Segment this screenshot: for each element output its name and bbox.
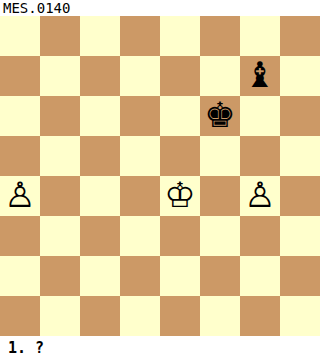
square-c1[interactable] <box>80 296 120 336</box>
square-h3[interactable] <box>280 216 320 256</box>
square-f1[interactable] <box>200 296 240 336</box>
square-d3[interactable] <box>120 216 160 256</box>
square-h6[interactable] <box>280 96 320 136</box>
square-g7[interactable]: ♝ <box>240 56 280 96</box>
square-d4[interactable] <box>120 176 160 216</box>
piece-white-pawn-a4: ♙ <box>4 176 35 215</box>
square-g5[interactable] <box>240 136 280 176</box>
square-e3[interactable] <box>160 216 200 256</box>
square-d5[interactable] <box>120 136 160 176</box>
square-f2[interactable] <box>200 256 240 296</box>
square-f3[interactable] <box>200 216 240 256</box>
move-prompt: 1. ? <box>0 336 320 360</box>
square-h4[interactable] <box>280 176 320 216</box>
square-a7[interactable] <box>0 56 40 96</box>
square-f4[interactable] <box>200 176 240 216</box>
square-b8[interactable] <box>40 16 80 56</box>
square-h2[interactable] <box>280 256 320 296</box>
square-f5[interactable] <box>200 136 240 176</box>
square-b2[interactable] <box>40 256 80 296</box>
square-f8[interactable] <box>200 16 240 56</box>
square-c3[interactable] <box>80 216 120 256</box>
chess-board: ♝♚♙♔♙ <box>0 16 320 336</box>
square-e4[interactable]: ♔ <box>160 176 200 216</box>
square-g4[interactable]: ♙ <box>240 176 280 216</box>
square-g8[interactable] <box>240 16 280 56</box>
square-e8[interactable] <box>160 16 200 56</box>
square-c2[interactable] <box>80 256 120 296</box>
piece-black-bishop-g7: ♝ <box>244 56 275 95</box>
square-f7[interactable] <box>200 56 240 96</box>
square-a2[interactable] <box>0 256 40 296</box>
square-a4[interactable]: ♙ <box>0 176 40 216</box>
square-b5[interactable] <box>40 136 80 176</box>
square-a3[interactable] <box>0 216 40 256</box>
square-h1[interactable] <box>280 296 320 336</box>
square-h7[interactable] <box>280 56 320 96</box>
square-a8[interactable] <box>0 16 40 56</box>
piece-white-pawn-g4: ♙ <box>244 176 275 215</box>
square-b4[interactable] <box>40 176 80 216</box>
square-e2[interactable] <box>160 256 200 296</box>
square-b1[interactable] <box>40 296 80 336</box>
square-g3[interactable] <box>240 216 280 256</box>
square-g2[interactable] <box>240 256 280 296</box>
square-e7[interactable] <box>160 56 200 96</box>
square-a1[interactable] <box>0 296 40 336</box>
square-d2[interactable] <box>120 256 160 296</box>
square-g1[interactable] <box>240 296 280 336</box>
diagram-title: MES.0140 <box>0 0 320 16</box>
square-d6[interactable] <box>120 96 160 136</box>
square-b7[interactable] <box>40 56 80 96</box>
square-b3[interactable] <box>40 216 80 256</box>
square-a5[interactable] <box>0 136 40 176</box>
square-c6[interactable] <box>80 96 120 136</box>
square-c4[interactable] <box>80 176 120 216</box>
square-d7[interactable] <box>120 56 160 96</box>
square-a6[interactable] <box>0 96 40 136</box>
square-d8[interactable] <box>120 16 160 56</box>
piece-black-king-f6: ♚ <box>204 96 235 135</box>
square-h8[interactable] <box>280 16 320 56</box>
square-f6[interactable]: ♚ <box>200 96 240 136</box>
square-b6[interactable] <box>40 96 80 136</box>
square-c7[interactable] <box>80 56 120 96</box>
square-c8[interactable] <box>80 16 120 56</box>
square-e6[interactable] <box>160 96 200 136</box>
square-e5[interactable] <box>160 136 200 176</box>
square-c5[interactable] <box>80 136 120 176</box>
square-h5[interactable] <box>280 136 320 176</box>
piece-white-king-e4: ♔ <box>164 176 195 215</box>
square-d1[interactable] <box>120 296 160 336</box>
square-e1[interactable] <box>160 296 200 336</box>
square-g6[interactable] <box>240 96 280 136</box>
